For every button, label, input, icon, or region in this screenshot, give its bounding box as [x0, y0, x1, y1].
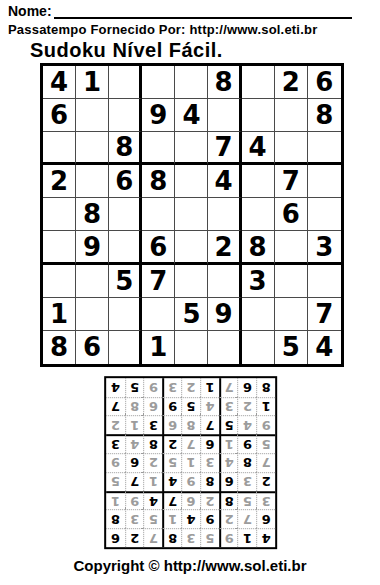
- solution-cell-r2c2: 7: [238, 510, 257, 529]
- cell-r8c7[interactable]: [242, 298, 275, 331]
- solution-cell-r7c7: 3: [144, 416, 163, 435]
- solution-cell-r9c7: 9: [144, 378, 163, 397]
- cell-r8c9: 7: [308, 298, 341, 331]
- solution-cell-r3c1: 3: [256, 491, 275, 510]
- cell-r3c1[interactable]: [43, 132, 76, 165]
- page-title: Sudoku Nível Fácil.: [30, 39, 223, 62]
- cell-r3c5[interactable]: [175, 132, 208, 165]
- solution-cell-r2c1: 6: [256, 510, 275, 529]
- solution-cell-r2c5: 4: [181, 510, 200, 529]
- cell-r4c3: 6: [109, 165, 142, 198]
- solution-cell-r4c9: 5: [106, 472, 125, 491]
- solution-cell-r5c3: 4: [219, 453, 238, 472]
- cell-r5c7[interactable]: [242, 198, 275, 231]
- solution-cell-r9c9: 4: [106, 378, 125, 397]
- solution-cell-r8c8: 8: [125, 397, 144, 416]
- cell-r1c8: 2: [275, 66, 308, 99]
- cell-r6c8[interactable]: [275, 231, 308, 264]
- solution-cell-r6c5: 7: [181, 434, 200, 453]
- solution-cell-r3c8: 9: [125, 491, 144, 510]
- cell-r5c6[interactable]: [208, 198, 241, 231]
- cell-r8c4[interactable]: [142, 298, 175, 331]
- cell-r8c1: 1: [43, 298, 76, 331]
- solution-cell-r3c4: 2: [200, 491, 219, 510]
- solution-cell-r1c9: 6: [106, 528, 125, 547]
- cell-r4c9[interactable]: [308, 165, 341, 198]
- solution-cell-r8c4: 4: [200, 397, 219, 416]
- solution-cell-r8c7: 6: [144, 397, 163, 416]
- cell-r5c5[interactable]: [175, 198, 208, 231]
- cell-r2c9: 8: [308, 99, 341, 132]
- solution-cell-r5c2: 8: [238, 453, 257, 472]
- solution-cell-r6c3: 1: [219, 434, 238, 453]
- solution-cell-r4c8: 7: [125, 472, 144, 491]
- cell-r9c8: 5: [275, 331, 308, 364]
- solution-cell-r3c9: 1: [106, 491, 125, 510]
- cell-r7c2[interactable]: [76, 265, 109, 298]
- solution-cell-r7c3: 5: [219, 416, 238, 435]
- cell-r2c1: 6: [43, 99, 76, 132]
- solution-cell-r8c2: 2: [238, 397, 257, 416]
- cell-r8c3[interactable]: [109, 298, 142, 331]
- solution-cell-r6c9: 3: [106, 434, 125, 453]
- solution-cell-r2c4: 9: [200, 510, 219, 529]
- solution-cell-r6c7: 8: [144, 434, 163, 453]
- cell-r2c8[interactable]: [275, 99, 308, 132]
- solution-cell-r9c3: 7: [219, 378, 238, 397]
- solution-cell-r2c7: 5: [144, 510, 163, 529]
- cell-r1c6: 8: [208, 66, 241, 99]
- solution-cell-r1c1: 4: [256, 528, 275, 547]
- cell-r5c2: 8: [76, 198, 109, 231]
- solution-cell-r4c5: 9: [181, 472, 200, 491]
- solution-cell-r4c2: 3: [238, 472, 257, 491]
- solution-cell-r6c2: 9: [238, 434, 257, 453]
- cell-r9c6[interactable]: [208, 331, 241, 364]
- cell-r1c4[interactable]: [142, 66, 175, 99]
- cell-r4c2[interactable]: [76, 165, 109, 198]
- cell-r7c6[interactable]: [208, 265, 241, 298]
- cell-r8c6: 9: [208, 298, 241, 331]
- cell-r4c7[interactable]: [242, 165, 275, 198]
- cell-r3c4[interactable]: [142, 132, 175, 165]
- solution-cell-r4c6: 4: [162, 472, 181, 491]
- solution-cell-r9c8: 5: [125, 378, 144, 397]
- name-row: Nome:: [8, 2, 352, 19]
- solution-cell-r6c6: 2: [162, 434, 181, 453]
- solution-cell-r8c5: 5: [181, 397, 200, 416]
- solution-cell-r9c4: 1: [200, 378, 219, 397]
- solution-cell-r7c6: 6: [162, 416, 181, 435]
- copyright-text: Copyright © http://www.sol.eti.br: [0, 557, 380, 574]
- cell-r6c2: 9: [76, 231, 109, 264]
- cell-r6c9: 3: [308, 231, 341, 264]
- cell-r1c2: 1: [76, 66, 109, 99]
- cell-r4c4: 8: [142, 165, 175, 198]
- cell-r1c1: 4: [43, 66, 76, 99]
- cell-r8c5: 5: [175, 298, 208, 331]
- solution-cell-r6c8: 4: [125, 434, 144, 453]
- solution-cell-r1c7: 7: [144, 528, 163, 547]
- solution-cell-r4c7: 1: [144, 472, 163, 491]
- solution-cell-r7c4: 7: [200, 416, 219, 435]
- solution-cell-r2c8: 3: [125, 510, 144, 529]
- cell-r7c9[interactable]: [308, 265, 341, 298]
- cell-r3c7: 4: [242, 132, 275, 165]
- solution-cell-r8c6: 9: [162, 397, 181, 416]
- solution-cell-r1c4: 5: [200, 528, 219, 547]
- cell-r2c7[interactable]: [242, 99, 275, 132]
- cell-r9c9: 4: [308, 331, 341, 364]
- cell-r3c8[interactable]: [275, 132, 308, 165]
- solution-cell-r1c2: 1: [238, 528, 257, 547]
- solution-cell-r7c5: 8: [181, 416, 200, 435]
- solution-cell-r9c6: 3: [162, 378, 181, 397]
- cell-r5c8: 6: [275, 198, 308, 231]
- name-fill-line: [54, 2, 352, 19]
- cell-r9c7[interactable]: [242, 331, 275, 364]
- solution-cell-r1c5: 3: [181, 528, 200, 547]
- solution-cell-r4c1: 2: [256, 472, 275, 491]
- cell-r2c2[interactable]: [76, 99, 109, 132]
- solution-cell-r3c3: 8: [219, 491, 238, 510]
- solution-cell-r4c3: 6: [219, 472, 238, 491]
- solution-cell-r7c2: 4: [238, 416, 257, 435]
- solution-cell-r3c7: 4: [144, 491, 163, 510]
- cell-r9c1: 8: [43, 331, 76, 364]
- solution-cell-r2c9: 8: [106, 510, 125, 529]
- cell-r6c6: 2: [208, 231, 241, 264]
- solution-cell-r6c4: 6: [200, 434, 219, 453]
- solution-cell-r5c6: 5: [162, 453, 181, 472]
- solution-cell-r5c9: 9: [106, 453, 125, 472]
- solution-cell-r9c2: 6: [238, 378, 257, 397]
- cell-r5c9[interactable]: [308, 198, 341, 231]
- cell-r3c2[interactable]: [76, 132, 109, 165]
- cell-r9c5[interactable]: [175, 331, 208, 364]
- cell-r6c5[interactable]: [175, 231, 208, 264]
- cell-r8c2[interactable]: [76, 298, 109, 331]
- solution-cell-r2c6: 1: [162, 510, 181, 529]
- cell-r6c1[interactable]: [43, 231, 76, 264]
- solution-cell-r3c2: 5: [238, 491, 257, 510]
- solution-cell-r8c9: 7: [106, 397, 125, 416]
- solution-cell-r1c3: 9: [219, 528, 238, 547]
- cell-r4c1: 2: [43, 165, 76, 198]
- sudoku-worksheet-page: Nome: Passatempo Fornecido Por: http://w…: [0, 0, 380, 585]
- cell-r7c5[interactable]: [175, 265, 208, 298]
- cell-r6c3[interactable]: [109, 231, 142, 264]
- main-grid: 418266948874268478696283573159786154: [40, 63, 344, 367]
- cell-r2c6[interactable]: [208, 99, 241, 132]
- solution-cell-r2c3: 2: [219, 510, 238, 529]
- solution-cell-r3c5: 6: [181, 491, 200, 510]
- solution-cell-r1c6: 8: [162, 528, 181, 547]
- solution-cell-r5c5: 1: [181, 453, 200, 472]
- cell-r6c7: 8: [242, 231, 275, 264]
- solution-cell-r5c7: 2: [144, 453, 163, 472]
- solution-cell-r5c8: 6: [125, 453, 144, 472]
- solution-cell-r1c8: 2: [125, 528, 144, 547]
- solution-cell-r8c1: 1: [256, 397, 275, 416]
- cell-r7c1[interactable]: [43, 265, 76, 298]
- cell-r7c3: 5: [109, 265, 142, 298]
- solution-cell-r5c4: 3: [200, 453, 219, 472]
- cell-r1c3[interactable]: [109, 66, 142, 99]
- solution-cell-r9c1: 8: [256, 378, 275, 397]
- cell-r6c4: 6: [142, 231, 175, 264]
- solution-cell-r6c1: 5: [256, 434, 275, 453]
- solution-cell-r4c4: 8: [200, 472, 219, 491]
- solution-grid: 4195387266729415383582674912368941757843…: [104, 376, 277, 549]
- cell-r2c3[interactable]: [109, 99, 142, 132]
- cell-r3c6: 7: [208, 132, 241, 165]
- provided-by-text: Passatempo Fornecido Por: http://www.sol…: [8, 22, 317, 37]
- cell-r3c9[interactable]: [308, 132, 341, 165]
- cell-r4c5[interactable]: [175, 165, 208, 198]
- cell-r7c7: 3: [242, 265, 275, 298]
- cell-r1c5[interactable]: [175, 66, 208, 99]
- cell-r4c6: 4: [208, 165, 241, 198]
- cell-r9c3[interactable]: [109, 331, 142, 364]
- cell-r3c3: 8: [109, 132, 142, 165]
- cell-r2c5: 4: [175, 99, 208, 132]
- cell-r5c3[interactable]: [109, 198, 142, 231]
- solution-cell-r7c9: 2: [106, 416, 125, 435]
- cell-r4c8: 7: [275, 165, 308, 198]
- cell-r7c4: 7: [142, 265, 175, 298]
- solution-cell-r7c1: 9: [256, 416, 275, 435]
- cell-r9c2: 6: [76, 331, 109, 364]
- cell-r5c1[interactable]: [43, 198, 76, 231]
- solution-cell-r9c5: 2: [181, 378, 200, 397]
- solution-cell-r7c8: 1: [125, 416, 144, 435]
- cell-r2c4: 9: [142, 99, 175, 132]
- cell-r7c8[interactable]: [275, 265, 308, 298]
- cell-r5c4[interactable]: [142, 198, 175, 231]
- cell-r1c9: 6: [308, 66, 341, 99]
- solution-cell-r5c1: 7: [256, 453, 275, 472]
- cell-r8c8[interactable]: [275, 298, 308, 331]
- name-label: Nome:: [8, 3, 52, 19]
- solution-cell-r3c6: 7: [162, 491, 181, 510]
- solution-cell-r8c3: 3: [219, 397, 238, 416]
- cell-r9c4: 1: [142, 331, 175, 364]
- cell-r1c7[interactable]: [242, 66, 275, 99]
